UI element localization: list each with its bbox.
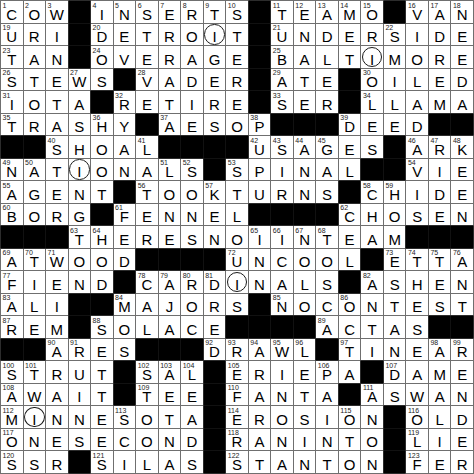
cell-r6c6[interactable]: Y	[114, 114, 136, 136]
cell-r9c14[interactable]: N	[294, 181, 316, 203]
cell-r6c11[interactable]: O	[226, 114, 248, 136]
cell-r4c17[interactable]: 30O	[361, 69, 383, 91]
cell-r19c3[interactable]: N	[46, 406, 68, 428]
cell-r6c2[interactable]: R	[24, 114, 46, 136]
cell-r15c1[interactable]: 87R	[1, 316, 23, 338]
cell-r10c3[interactable]: R	[46, 204, 68, 226]
cell-r10c21[interactable]: N	[451, 204, 473, 226]
cell-r1c14[interactable]: 12E	[294, 1, 316, 23]
cell-r9c19[interactable]: I	[406, 181, 428, 203]
cell-r15c8[interactable]: A	[159, 316, 181, 338]
cell-r5c9[interactable]: I	[181, 91, 203, 113]
cell-r19c13[interactable]: O	[271, 406, 293, 428]
cell-r20c9[interactable]: D	[181, 429, 203, 451]
cell-r19c21[interactable]: D	[451, 406, 473, 428]
cell-r16c5[interactable]: E	[91, 339, 113, 361]
cell-r20c16[interactable]: T	[339, 429, 361, 451]
cell-r3c20[interactable]: R	[429, 46, 451, 68]
cell-r19c5[interactable]: E	[91, 406, 113, 428]
cell-r12c6[interactable]: D	[114, 249, 136, 271]
cell-r19c4[interactable]: N	[69, 406, 91, 428]
cell-r11c15[interactable]: 68T	[316, 226, 338, 248]
cell-r1c2[interactable]: 2O	[24, 1, 46, 23]
cell-r12c20[interactable]: 75T	[429, 249, 451, 271]
cell-r14c11[interactable]: S	[226, 294, 248, 316]
cell-r13c4[interactable]: N	[69, 271, 91, 293]
cell-r15c6[interactable]: O	[114, 316, 136, 338]
cell-r14c18[interactable]: T	[384, 294, 406, 316]
cell-r8c20[interactable]: I	[429, 159, 451, 181]
cell-r15c5[interactable]: 88S	[91, 316, 113, 338]
cell-r8c15[interactable]: A	[316, 159, 338, 181]
cell-r9c11[interactable]: T	[226, 181, 248, 203]
cell-r13c9[interactable]: 80R	[181, 271, 203, 293]
cell-r13c21[interactable]: N	[451, 271, 473, 293]
cell-r15c18[interactable]: A	[384, 316, 406, 338]
cell-r8c21[interactable]: E	[451, 159, 473, 181]
cell-r4c15[interactable]: E	[316, 69, 338, 91]
cell-r20c13[interactable]: N	[271, 429, 293, 451]
cell-r21c15[interactable]: T	[316, 451, 338, 473]
cell-r6c17[interactable]: E	[361, 114, 383, 136]
cell-r3c8[interactable]: R	[159, 46, 181, 68]
cell-r8c3[interactable]: T	[46, 159, 68, 181]
cell-r21c13[interactable]: A	[271, 451, 293, 473]
cell-r7c12[interactable]: 42U	[249, 136, 271, 158]
cell-r3c5[interactable]: 24O	[91, 46, 113, 68]
cell-r6c8[interactable]: 37A	[159, 114, 181, 136]
cell-r17c7[interactable]: 102S	[136, 361, 158, 383]
cell-r13c11[interactable]: I	[226, 271, 248, 293]
cell-r12c15[interactable]: O	[316, 249, 338, 271]
cell-r3c10[interactable]: G	[204, 46, 226, 68]
cell-r2c18[interactable]: 22S	[384, 24, 406, 46]
cell-r15c10[interactable]: E	[204, 316, 226, 338]
cell-r6c16[interactable]: 39D	[339, 114, 361, 136]
cell-r21c2[interactable]: S	[24, 451, 46, 473]
cell-r15c16[interactable]: C	[339, 316, 361, 338]
cell-r21c9[interactable]: S	[181, 451, 203, 473]
cell-r1c7[interactable]: 6S	[136, 1, 158, 23]
cell-r20c1[interactable]: 117O	[1, 429, 23, 451]
cell-r2c11[interactable]: T	[226, 24, 248, 46]
cell-r3c7[interactable]: E	[136, 46, 158, 68]
cell-r1c3[interactable]: 3W	[46, 1, 68, 23]
cell-r14c6[interactable]: 84M	[114, 294, 136, 316]
cell-r14c21[interactable]: T	[451, 294, 473, 316]
cell-r12c11[interactable]: 72U	[226, 249, 248, 271]
cell-r8c8[interactable]: 51L	[159, 159, 181, 181]
cell-r18c11[interactable]: 110F	[226, 384, 248, 406]
cell-r18c13[interactable]: N	[271, 384, 293, 406]
cell-r12c5[interactable]: O	[91, 249, 113, 271]
cell-r1c16[interactable]: 14M	[339, 1, 361, 23]
cell-r18c3[interactable]: A	[46, 384, 68, 406]
cell-r1c1[interactable]: 1C	[1, 1, 23, 23]
cell-r11c13[interactable]: 66I	[271, 226, 293, 248]
cell-r13c18[interactable]: S	[384, 271, 406, 293]
cell-r12c14[interactable]: O	[294, 249, 316, 271]
cell-r5c19[interactable]: A	[406, 91, 428, 113]
cell-r16c11[interactable]: 93R	[226, 339, 248, 361]
cell-r9c1[interactable]: 55A	[1, 181, 23, 203]
cell-r3c16[interactable]: T	[339, 46, 361, 68]
cell-r5c15[interactable]: R	[316, 91, 338, 113]
cell-r9c10[interactable]: 57K	[204, 181, 226, 203]
cell-r2c8[interactable]: R	[159, 24, 181, 46]
cell-r20c6[interactable]: C	[114, 429, 136, 451]
cell-r12c19[interactable]: 74T	[406, 249, 428, 271]
cell-r10c6[interactable]: 61F	[114, 204, 136, 226]
cell-r16c17[interactable]: I	[361, 339, 383, 361]
cell-r17c8[interactable]: 103A	[159, 361, 181, 383]
cell-r3c18[interactable]: M	[384, 46, 406, 68]
cell-r14c15[interactable]: C	[316, 294, 338, 316]
cell-r6c10[interactable]: S	[204, 114, 226, 136]
cell-r9c3[interactable]: E	[46, 181, 68, 203]
cell-r20c2[interactable]: N	[24, 429, 46, 451]
cell-r7c15[interactable]: 45G	[316, 136, 338, 158]
cell-r21c6[interactable]: I	[114, 451, 136, 473]
cell-r10c7[interactable]: E	[136, 204, 158, 226]
cell-r20c5[interactable]: E	[91, 429, 113, 451]
cell-r9c20[interactable]: D	[429, 181, 451, 203]
cell-r7c19[interactable]: 46A	[406, 136, 428, 158]
cell-r19c7[interactable]: O	[136, 406, 158, 428]
cell-r9c8[interactable]: O	[159, 181, 181, 203]
cell-r16c6[interactable]: S	[114, 339, 136, 361]
cell-r8c7[interactable]: A	[136, 159, 158, 181]
cell-r2c20[interactable]: D	[429, 24, 451, 46]
cell-r13c13[interactable]: A	[271, 271, 293, 293]
cell-r10c11[interactable]: L	[226, 204, 248, 226]
cell-r11c10[interactable]: N	[204, 226, 226, 248]
cell-r5c20[interactable]: M	[429, 91, 451, 113]
cell-r7c6[interactable]: A	[114, 136, 136, 158]
cell-r11c9[interactable]: S	[181, 226, 203, 248]
cell-r6c12[interactable]: 38P	[249, 114, 271, 136]
cell-r2c14[interactable]: N	[294, 24, 316, 46]
cell-r16c4[interactable]: 91R	[69, 339, 91, 361]
cell-r10c19[interactable]: S	[406, 204, 428, 226]
cell-r19c1[interactable]: 112M	[1, 406, 23, 428]
cell-r18c8[interactable]: E	[159, 384, 181, 406]
cell-r7c7[interactable]: 41L	[136, 136, 158, 158]
cell-r20c12[interactable]: A	[249, 429, 271, 451]
cell-r1c21[interactable]: 18N	[451, 1, 473, 23]
cell-r20c15[interactable]: N	[316, 429, 338, 451]
cell-r11c4[interactable]: 63T	[69, 226, 91, 248]
cell-r5c21[interactable]: A	[451, 91, 473, 113]
cell-r13c10[interactable]: 81D	[204, 271, 226, 293]
cell-r11c7[interactable]: R	[136, 226, 158, 248]
cell-r21c1[interactable]: 120S	[1, 451, 23, 473]
cell-r1c15[interactable]: 13A	[316, 1, 338, 23]
cell-r20c3[interactable]: E	[46, 429, 68, 451]
cell-r21c12[interactable]: T	[249, 451, 271, 473]
cell-r4c21[interactable]: D	[451, 69, 473, 91]
cell-r7c16[interactable]: E	[339, 136, 361, 158]
cell-r20c17[interactable]: O	[361, 429, 383, 451]
cell-r21c17[interactable]: N	[361, 451, 383, 473]
cell-r9c5[interactable]: T	[91, 181, 113, 203]
cell-r3c19[interactable]: O	[406, 46, 428, 68]
cell-r14c7[interactable]: A	[136, 294, 158, 316]
cell-r10c8[interactable]: N	[159, 204, 181, 226]
cell-r18c17[interactable]: 111A	[361, 384, 383, 406]
cell-r6c1[interactable]: 35T	[1, 114, 23, 136]
cell-r14c10[interactable]: R	[204, 294, 226, 316]
cell-r3c2[interactable]: A	[24, 46, 46, 68]
cell-r20c20[interactable]: I	[429, 429, 451, 451]
cell-r17c1[interactable]: 100S	[1, 361, 23, 383]
cell-r7c21[interactable]: 48K	[451, 136, 473, 158]
cell-r18c9[interactable]: E	[181, 384, 203, 406]
cell-r13c20[interactable]: E	[429, 271, 451, 293]
cell-r2c3[interactable]: I	[46, 24, 68, 46]
cell-r17c15[interactable]: 106P	[316, 361, 338, 383]
cell-r6c3[interactable]: A	[46, 114, 68, 136]
cell-r8c11[interactable]: 53S	[226, 159, 248, 181]
cell-r21c21[interactable]: R	[451, 451, 473, 473]
cell-r2c10[interactable]: I	[204, 24, 226, 46]
cell-r6c4[interactable]: S	[69, 114, 91, 136]
cell-r6c9[interactable]: E	[181, 114, 203, 136]
cell-r5c6[interactable]: 32R	[114, 91, 136, 113]
cell-r19c14[interactable]: S	[294, 406, 316, 428]
cell-r4c18[interactable]: I	[384, 69, 406, 91]
cell-r18c1[interactable]: 108A	[1, 384, 23, 406]
cell-r18c18[interactable]: S	[384, 384, 406, 406]
cell-r10c18[interactable]: O	[384, 204, 406, 226]
cell-r13c12[interactable]: N	[249, 271, 271, 293]
cell-r4c14[interactable]: T	[294, 69, 316, 91]
cell-r17c18[interactable]: 107D	[384, 361, 406, 383]
cell-r21c3[interactable]: R	[46, 451, 68, 473]
cell-r8c5[interactable]: O	[91, 159, 113, 181]
cell-r17c11[interactable]: 105E	[226, 361, 248, 383]
cell-r1c11[interactable]: 10S	[226, 1, 248, 23]
cell-r7c13[interactable]: 43S	[271, 136, 293, 158]
cell-r3c6[interactable]: V	[114, 46, 136, 68]
cell-r4c11[interactable]: R	[226, 69, 248, 91]
cell-r18c14[interactable]: T	[294, 384, 316, 406]
cell-r4c5[interactable]: S	[91, 69, 113, 91]
cell-r7c14[interactable]: 44A	[294, 136, 316, 158]
cell-r7c20[interactable]: 47R	[429, 136, 451, 158]
cell-r18c19[interactable]: W	[406, 384, 428, 406]
cell-r5c8[interactable]: T	[159, 91, 181, 113]
cell-r2c1[interactable]: 19U	[1, 24, 23, 46]
cell-r18c2[interactable]: W	[24, 384, 46, 406]
cell-r13c15[interactable]: S	[316, 271, 338, 293]
cell-r17c14[interactable]: E	[294, 361, 316, 383]
cell-r5c18[interactable]: L	[384, 91, 406, 113]
cell-r5c2[interactable]: O	[24, 91, 46, 113]
cell-r21c11[interactable]: 122S	[226, 451, 248, 473]
cell-r4c9[interactable]: D	[181, 69, 203, 91]
cell-r17c13[interactable]: I	[271, 361, 293, 383]
cell-r20c14[interactable]: I	[294, 429, 316, 451]
cell-r2c6[interactable]: E	[114, 24, 136, 46]
cell-r19c19[interactable]: 116O	[406, 406, 428, 428]
cell-r3c15[interactable]: L	[316, 46, 338, 68]
cell-r11c14[interactable]: 67N	[294, 226, 316, 248]
cell-r14c20[interactable]: S	[429, 294, 451, 316]
cell-r1c17[interactable]: 15O	[361, 1, 383, 23]
cell-r19c16[interactable]: 115O	[339, 406, 361, 428]
cell-r15c7[interactable]: L	[136, 316, 158, 338]
cell-r7c5[interactable]: O	[91, 136, 113, 158]
cell-r9c15[interactable]: S	[316, 181, 338, 203]
cell-r2c19[interactable]: I	[406, 24, 428, 46]
cell-r17c12[interactable]: R	[249, 361, 271, 383]
cell-r3c21[interactable]: E	[451, 46, 473, 68]
cell-r4c19[interactable]: L	[406, 69, 428, 91]
cell-r16c3[interactable]: 90A	[46, 339, 68, 361]
cell-r4c10[interactable]: E	[204, 69, 226, 91]
cell-r8c1[interactable]: 49N	[1, 159, 23, 181]
cell-r9c2[interactable]: G	[24, 181, 46, 203]
cell-r19c20[interactable]: L	[429, 406, 451, 428]
cell-r21c14[interactable]: N	[294, 451, 316, 473]
cell-r2c13[interactable]: 21U	[271, 24, 293, 46]
cell-r17c4[interactable]: U	[69, 361, 91, 383]
cell-r13c14[interactable]: L	[294, 271, 316, 293]
cell-r21c7[interactable]: L	[136, 451, 158, 473]
cell-r4c1[interactable]: 26S	[1, 69, 23, 91]
cell-r13c7[interactable]: 78C	[136, 271, 158, 293]
cell-r5c7[interactable]: E	[136, 91, 158, 113]
cell-r19c2[interactable]: I	[24, 406, 46, 428]
cell-r2c9[interactable]: O	[181, 24, 203, 46]
cell-r21c16[interactable]: O	[339, 451, 361, 473]
cell-r13c5[interactable]: D	[91, 271, 113, 293]
cell-r15c15[interactable]: 89A	[316, 316, 338, 338]
cell-r17c3[interactable]: R	[46, 361, 68, 383]
cell-r21c19[interactable]: 123F	[406, 451, 428, 473]
cell-r16c18[interactable]: N	[384, 339, 406, 361]
cell-r11c16[interactable]: E	[339, 226, 361, 248]
cell-r5c14[interactable]: E	[294, 91, 316, 113]
cell-r2c2[interactable]: R	[24, 24, 46, 46]
cell-r12c21[interactable]: 76A	[451, 249, 473, 271]
cell-r6c18[interactable]: E	[384, 114, 406, 136]
cell-r18c15[interactable]: A	[316, 384, 338, 406]
cell-r14c9[interactable]: O	[181, 294, 203, 316]
cell-r18c20[interactable]: A	[429, 384, 451, 406]
cell-r20c7[interactable]: O	[136, 429, 158, 451]
cell-r21c20[interactable]: E	[429, 451, 451, 473]
cell-r15c2[interactable]: E	[24, 316, 46, 338]
cell-r16c19[interactable]: E	[406, 339, 428, 361]
cell-r19c12[interactable]: R	[249, 406, 271, 428]
cell-r1c19[interactable]: 16V	[406, 1, 428, 23]
cell-r6c19[interactable]: D	[406, 114, 428, 136]
cell-r9c21[interactable]: E	[451, 181, 473, 203]
cell-r9c4[interactable]: N	[69, 181, 91, 203]
cell-r16c12[interactable]: 94A	[249, 339, 271, 361]
cell-r11c17[interactable]: A	[361, 226, 383, 248]
cell-r17c5[interactable]: T	[91, 361, 113, 383]
cell-r8c14[interactable]: N	[294, 159, 316, 181]
cell-r2c17[interactable]: R	[361, 24, 383, 46]
cell-r13c1[interactable]: 77F	[1, 271, 23, 293]
cell-r20c21[interactable]: E	[451, 429, 473, 451]
cell-r18c7[interactable]: 109T	[136, 384, 158, 406]
cell-r15c17[interactable]: T	[361, 316, 383, 338]
cell-r17c2[interactable]: 101T	[24, 361, 46, 383]
cell-r15c3[interactable]: M	[46, 316, 68, 338]
cell-r16c14[interactable]: 96L	[294, 339, 316, 361]
cell-r13c19[interactable]: H	[406, 271, 428, 293]
cell-r19c11[interactable]: 114E	[226, 406, 248, 428]
cell-r5c1[interactable]: 31I	[1, 91, 23, 113]
cell-r3c9[interactable]: A	[181, 46, 203, 68]
cell-r18c4[interactable]: I	[69, 384, 91, 406]
cell-r4c8[interactable]: A	[159, 69, 181, 91]
cell-r17c19[interactable]: A	[406, 361, 428, 383]
cell-r5c13[interactable]: 33S	[271, 91, 293, 113]
cell-r10c2[interactable]: O	[24, 204, 46, 226]
cell-r1c13[interactable]: 11T	[271, 1, 293, 23]
cell-r2c21[interactable]: E	[451, 24, 473, 46]
cell-r10c16[interactable]: 62C	[339, 204, 361, 226]
cell-r14c3[interactable]: I	[46, 294, 68, 316]
cell-r2c7[interactable]: T	[136, 24, 158, 46]
cell-r17c9[interactable]: 104L	[181, 361, 203, 383]
cell-r14c8[interactable]: J	[159, 294, 181, 316]
cell-r18c5[interactable]: T	[91, 384, 113, 406]
cell-r14c14[interactable]: O	[294, 294, 316, 316]
cell-r9c13[interactable]: R	[271, 181, 293, 203]
cell-r9c9[interactable]: O	[181, 181, 203, 203]
cell-r7c4[interactable]: H	[69, 136, 91, 158]
cell-r8c4[interactable]: I	[69, 159, 91, 181]
cell-r14c1[interactable]: 83A	[1, 294, 23, 316]
cell-r21c8[interactable]: A	[159, 451, 181, 473]
cell-r12c18[interactable]: 73E	[384, 249, 406, 271]
cell-r11c8[interactable]: E	[159, 226, 181, 248]
cell-r17c16[interactable]: A	[339, 361, 361, 383]
cell-r3c17[interactable]: I	[361, 46, 383, 68]
cell-r7c3[interactable]: 40S	[46, 136, 68, 158]
cell-r16c21[interactable]: 99R	[451, 339, 473, 361]
cell-r1c6[interactable]: 5N	[114, 1, 136, 23]
cell-r16c16[interactable]: 97T	[339, 339, 361, 361]
cell-r3c14[interactable]: A	[294, 46, 316, 68]
cell-r4c4[interactable]: 27W	[69, 69, 91, 91]
cell-r5c10[interactable]: R	[204, 91, 226, 113]
cell-r11c5[interactable]: 64H	[91, 226, 113, 248]
cell-r12c3[interactable]: 71W	[46, 249, 68, 271]
cell-r1c5[interactable]: 4I	[91, 1, 113, 23]
cell-r7c17[interactable]: S	[361, 136, 383, 158]
cell-r3c1[interactable]: 23T	[1, 46, 23, 68]
cell-r19c15[interactable]: I	[316, 406, 338, 428]
cell-r6c5[interactable]: 36H	[91, 114, 113, 136]
cell-r8c2[interactable]: 50A	[24, 159, 46, 181]
cell-r19c9[interactable]: A	[181, 406, 203, 428]
cell-r5c17[interactable]: 34L	[361, 91, 383, 113]
cell-r14c2[interactable]: L	[24, 294, 46, 316]
cell-r19c8[interactable]: T	[159, 406, 181, 428]
cell-r17c21[interactable]: E	[451, 361, 473, 383]
cell-r13c8[interactable]: 79A	[159, 271, 181, 293]
cell-r2c15[interactable]: D	[316, 24, 338, 46]
cell-r15c9[interactable]: C	[181, 316, 203, 338]
cell-r4c20[interactable]: E	[429, 69, 451, 91]
